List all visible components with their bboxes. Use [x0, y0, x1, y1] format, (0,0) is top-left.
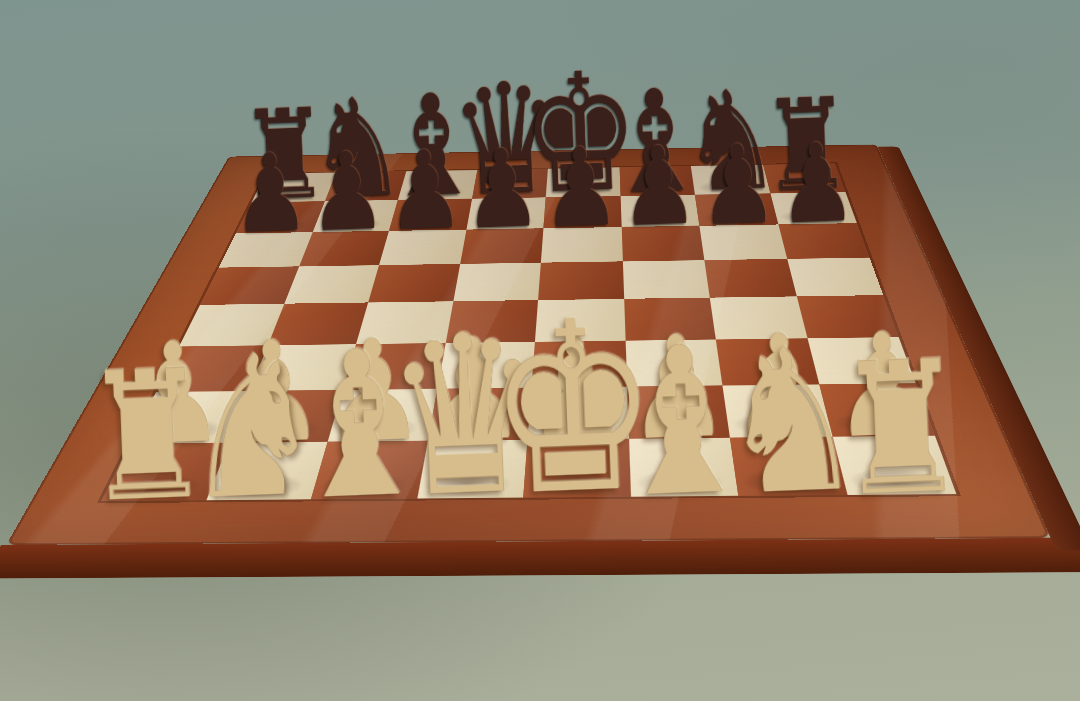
piece-black-pawn: ♟ — [462, 144, 543, 235]
square-h5 — [787, 257, 884, 296]
piece-black-pawn: ♟ — [697, 139, 778, 231]
piece-black-pawn: ♟ — [230, 148, 310, 239]
perspective-scene: ♜♞♝♛♚♝♞♜♟♟♟♟♟♟♟♟♟♟♟♟♟♟♟♟♜♞♝♛♚♝♞♜ — [0, 0, 1080, 701]
piece-white-rook: ♜ — [834, 352, 970, 506]
piece-black-pawn: ♟ — [776, 138, 857, 230]
piece-black-pawn: ♟ — [618, 141, 699, 233]
chess-board: ♜♞♝♛♚♝♞♜♟♟♟♟♟♟♟♟♟♟♟♟♟♟♟♟♜♞♝♛♚♝♞♜ — [6, 144, 1050, 544]
square-g1: ♞ — [730, 436, 847, 495]
square-b7: ♟ — [312, 200, 398, 232]
square-a5 — [200, 266, 299, 305]
board-edge-near — [0, 537, 1080, 578]
piece-black-pawn: ♟ — [384, 145, 464, 236]
board-frame: ♜♞♝♛♚♝♞♜♟♟♟♟♟♟♟♟♟♟♟♟♟♟♟♟♜♞♝♛♚♝♞♜ — [6, 144, 1050, 544]
square-h7: ♟ — [770, 192, 857, 225]
square-g5 — [704, 259, 796, 298]
camera-roll-wrapper: ♜♞♝♛♚♝♞♜♟♟♟♟♟♟♟♟♟♟♟♟♟♟♟♟♜♞♝♛♚♝♞♜ — [0, 0, 1080, 701]
board-grid: ♜♞♝♛♚♝♞♜♟♟♟♟♟♟♟♟♟♟♟♟♟♟♟♟♜♞♝♛♚♝♞♜ — [101, 163, 956, 501]
square-e7: ♟ — [543, 196, 621, 228]
square-f7: ♟ — [620, 195, 699, 227]
square-d7: ♟ — [466, 197, 546, 229]
piece-black-pawn: ♟ — [307, 147, 387, 238]
square-b5 — [284, 265, 379, 304]
square-g7: ♟ — [695, 193, 778, 225]
piece-black-pawn: ♟ — [540, 142, 621, 233]
square-c7: ♟ — [389, 198, 472, 230]
square-h1: ♜ — [832, 435, 956, 495]
